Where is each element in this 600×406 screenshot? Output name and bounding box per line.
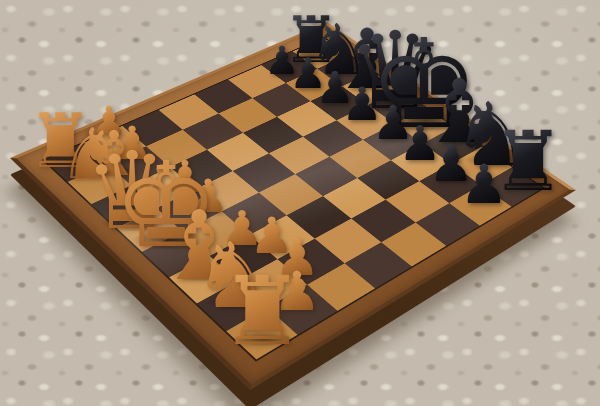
piece-white-rook-h1[interactable]: ♜ (219, 264, 304, 359)
piece-black-pawn-h7[interactable]: ♟ (460, 158, 508, 212)
photo-stage: ♜♞♟♝♟♟♛♟♚♟♟♝♟♟♞♜♝♞♟♜♟♟♟♛♚♟♟♟♝♞♟♜ (0, 0, 600, 406)
piece-layer: ♜♞♟♝♟♟♛♟♚♟♟♝♟♟♞♜♝♞♟♜♟♟♟♛♚♟♟♟♝♞♟♜ (0, 0, 600, 406)
